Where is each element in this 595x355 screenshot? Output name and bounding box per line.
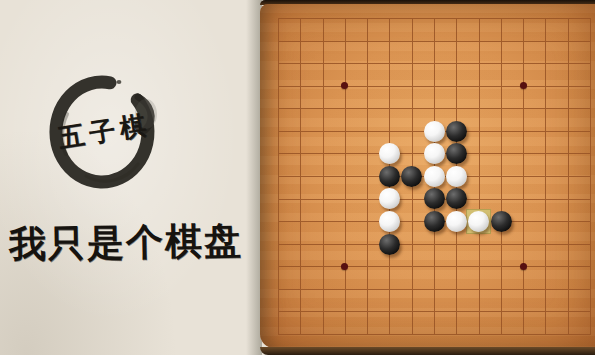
board-cell[interactable]: [502, 132, 524, 155]
board-cell[interactable]: [324, 42, 346, 65]
board-cell[interactable]: [324, 200, 346, 223]
board-cell[interactable]: [524, 200, 546, 223]
board-cell[interactable]: [346, 109, 368, 132]
board-cell[interactable]: [346, 42, 368, 65]
board-cell[interactable]: [301, 222, 323, 245]
board-cell[interactable]: [569, 177, 591, 200]
board-cell[interactable]: [502, 312, 524, 335]
board-cell[interactable]: [390, 64, 412, 87]
board-cell[interactable]: [346, 200, 368, 223]
white-stone: [424, 143, 445, 164]
board-cell[interactable]: [569, 132, 591, 155]
board-cell[interactable]: [546, 109, 568, 132]
board-cell[interactable]: [368, 312, 390, 335]
board-cell[interactable]: [502, 267, 524, 290]
board-cell[interactable]: [368, 109, 390, 132]
board-cell[interactable]: [324, 154, 346, 177]
board-cell[interactable]: [301, 109, 323, 132]
board-cell[interactable]: [324, 132, 346, 155]
board-cell[interactable]: [301, 245, 323, 268]
board-cell[interactable]: [457, 64, 479, 87]
board-cell[interactable]: [279, 132, 301, 155]
board-cell[interactable]: [346, 267, 368, 290]
board-bottom-edge: [260, 347, 595, 355]
board-cell[interactable]: [569, 42, 591, 65]
board-cell[interactable]: [502, 109, 524, 132]
board-cell[interactable]: [324, 87, 346, 110]
board-cell[interactable]: [502, 154, 524, 177]
white-stone: [446, 166, 467, 187]
board-cell[interactable]: [480, 154, 502, 177]
panel-caption: 我只是个棋盘: [0, 216, 252, 270]
board-cell[interactable]: [413, 19, 435, 42]
board-cell[interactable]: [301, 290, 323, 313]
board-cell[interactable]: [435, 290, 457, 313]
board-cell[interactable]: [279, 87, 301, 110]
star-point: [520, 263, 527, 270]
board-cell[interactable]: [346, 64, 368, 87]
board-cell[interactable]: [524, 87, 546, 110]
board-cell[interactable]: [524, 267, 546, 290]
white-stone: [424, 121, 445, 142]
board-cell[interactable]: [346, 132, 368, 155]
board-cell[interactable]: [524, 177, 546, 200]
board-cell[interactable]: [435, 87, 457, 110]
board-cell[interactable]: [301, 267, 323, 290]
board-cell[interactable]: [546, 154, 568, 177]
board-cell[interactable]: [279, 245, 301, 268]
board-cell[interactable]: [546, 64, 568, 87]
board-cell[interactable]: [569, 19, 591, 42]
board-cell[interactable]: [368, 290, 390, 313]
board-cell[interactable]: [546, 200, 568, 223]
ink-fleck: [117, 80, 122, 84]
game-logo: 五子棋: [42, 66, 172, 196]
board-cell[interactable]: [279, 267, 301, 290]
black-stone: [491, 211, 512, 232]
board-cell[interactable]: [413, 42, 435, 65]
board-cell[interactable]: [502, 42, 524, 65]
board-cell[interactable]: [502, 19, 524, 42]
board-cell[interactable]: [435, 64, 457, 87]
board-cell[interactable]: [346, 222, 368, 245]
board-cell[interactable]: [480, 245, 502, 268]
board-cell[interactable]: [569, 312, 591, 335]
board-cell[interactable]: [279, 19, 301, 42]
board-cell[interactable]: [480, 109, 502, 132]
white-stone: [468, 211, 489, 232]
board-cell[interactable]: [368, 19, 390, 42]
board-cell[interactable]: [435, 245, 457, 268]
board-cell[interactable]: [390, 312, 412, 335]
board-cell[interactable]: [502, 177, 524, 200]
board-cell[interactable]: [546, 42, 568, 65]
white-stone: [446, 211, 467, 232]
board-cell[interactable]: [524, 154, 546, 177]
board-cell[interactable]: [279, 109, 301, 132]
board-cell[interactable]: [569, 109, 591, 132]
board-cell[interactable]: [569, 245, 591, 268]
board-cell[interactable]: [301, 177, 323, 200]
board-cell[interactable]: [480, 19, 502, 42]
board-cell[interactable]: [368, 87, 390, 110]
board-cell[interactable]: [346, 87, 368, 110]
board-cell[interactable]: [324, 312, 346, 335]
board-cell[interactable]: [457, 19, 479, 42]
board-cell[interactable]: [480, 267, 502, 290]
board-cell[interactable]: [502, 87, 524, 110]
board-cell[interactable]: [457, 245, 479, 268]
board-cell[interactable]: [324, 177, 346, 200]
board-cell[interactable]: [390, 42, 412, 65]
board-cell[interactable]: [524, 64, 546, 87]
board-cell[interactable]: [279, 154, 301, 177]
board-cell[interactable]: [390, 109, 412, 132]
board-cell[interactable]: [457, 290, 479, 313]
board-cell[interactable]: [279, 64, 301, 87]
board-cell[interactable]: [301, 87, 323, 110]
board-cell[interactable]: [524, 245, 546, 268]
board-cell[interactable]: [480, 312, 502, 335]
board-cell[interactable]: [279, 222, 301, 245]
board-cell[interactable]: [279, 200, 301, 223]
board-cell[interactable]: [279, 177, 301, 200]
board-cell[interactable]: [546, 19, 568, 42]
board-cell[interactable]: [324, 267, 346, 290]
board-cell[interactable]: [480, 290, 502, 313]
board-cell[interactable]: [324, 222, 346, 245]
side-panel: 五子棋 我只是个棋盘: [0, 0, 262, 355]
board-cell[interactable]: [368, 64, 390, 87]
board-cell[interactable]: [390, 87, 412, 110]
board-cell[interactable]: [546, 312, 568, 335]
white-stone: [424, 166, 445, 187]
white-stone: [379, 211, 400, 232]
board-cell[interactable]: [546, 267, 568, 290]
board-cell[interactable]: [435, 42, 457, 65]
gomoku-app: 五子棋 我只是个棋盘: [0, 0, 595, 355]
board-cell[interactable]: [413, 312, 435, 335]
board-cell[interactable]: [546, 132, 568, 155]
board-cell[interactable]: [324, 19, 346, 42]
board-cell[interactable]: [413, 87, 435, 110]
board-cell[interactable]: [279, 290, 301, 313]
board-cell[interactable]: [390, 290, 412, 313]
board-cell[interactable]: [569, 64, 591, 87]
board-cell[interactable]: [346, 19, 368, 42]
board-cell[interactable]: [524, 42, 546, 65]
board-cell[interactable]: [546, 177, 568, 200]
black-stone: [424, 188, 445, 209]
board-cell[interactable]: [480, 132, 502, 155]
board-cell[interactable]: [301, 154, 323, 177]
board-cell[interactable]: [435, 312, 457, 335]
board-cell[interactable]: [457, 267, 479, 290]
board-cell[interactable]: [346, 177, 368, 200]
board-cell[interactable]: [346, 290, 368, 313]
board-cell[interactable]: [390, 267, 412, 290]
board-cell[interactable]: [324, 109, 346, 132]
board-cell[interactable]: [524, 19, 546, 42]
board-cell[interactable]: [524, 312, 546, 335]
black-stone: [446, 143, 467, 164]
board-cell[interactable]: [480, 177, 502, 200]
board-cell[interactable]: [301, 19, 323, 42]
board-cell[interactable]: [569, 200, 591, 223]
board-cell[interactable]: [524, 290, 546, 313]
black-stone: [446, 121, 467, 142]
board-cell[interactable]: [413, 267, 435, 290]
board-cell[interactable]: [546, 222, 568, 245]
board-cell[interactable]: [569, 87, 591, 110]
board-cell[interactable]: [301, 42, 323, 65]
board-cell[interactable]: [368, 42, 390, 65]
board-cell[interactable]: [524, 222, 546, 245]
black-stone: [379, 166, 400, 187]
board-cell[interactable]: [524, 132, 546, 155]
board-cell[interactable]: [524, 109, 546, 132]
board-cell[interactable]: [301, 132, 323, 155]
board-cell[interactable]: [279, 42, 301, 65]
board-cell[interactable]: [569, 222, 591, 245]
board-cell[interactable]: [324, 290, 346, 313]
board-cell[interactable]: [435, 267, 457, 290]
board-cell[interactable]: [346, 245, 368, 268]
board-cell[interactable]: [457, 312, 479, 335]
board-cell[interactable]: [480, 64, 502, 87]
board-cell[interactable]: [569, 290, 591, 313]
board-cell[interactable]: [569, 267, 591, 290]
board-cell[interactable]: [413, 290, 435, 313]
board-cell[interactable]: [301, 200, 323, 223]
board-cell[interactable]: [301, 312, 323, 335]
white-stone: [379, 143, 400, 164]
board-cell[interactable]: [480, 42, 502, 65]
board-cell[interactable]: [546, 87, 568, 110]
board-cell[interactable]: [457, 42, 479, 65]
board-cell[interactable]: [546, 245, 568, 268]
board-cell[interactable]: [346, 312, 368, 335]
board-cell[interactable]: [368, 267, 390, 290]
board-cell[interactable]: [546, 290, 568, 313]
board-cell[interactable]: [569, 154, 591, 177]
black-stone: [424, 211, 445, 232]
board-cell[interactable]: [279, 312, 301, 335]
board-cell[interactable]: [480, 87, 502, 110]
black-stone: [401, 166, 422, 187]
board-cell[interactable]: [435, 19, 457, 42]
board-cell[interactable]: [390, 19, 412, 42]
board-cell[interactable]: [413, 245, 435, 268]
black-stone: [379, 234, 400, 255]
board-cell[interactable]: [301, 64, 323, 87]
board-cell[interactable]: [346, 154, 368, 177]
board-cell[interactable]: [502, 290, 524, 313]
board-cell[interactable]: [413, 64, 435, 87]
board-cell[interactable]: [457, 87, 479, 110]
board-area: [260, 0, 595, 355]
